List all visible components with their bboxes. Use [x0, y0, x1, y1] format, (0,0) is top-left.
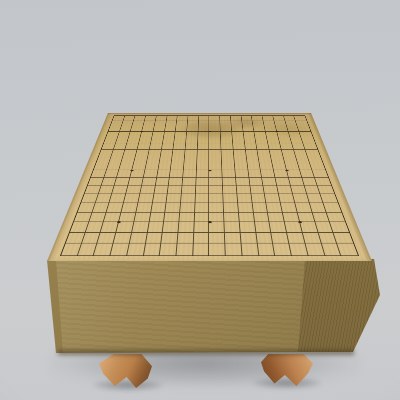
grid-cell: [159, 156, 172, 163]
grid-cell: [209, 194, 223, 203]
grid-cell: [177, 244, 194, 256]
star-point: [208, 169, 211, 171]
grid-cell: [337, 244, 357, 256]
grid-cell: [223, 186, 237, 194]
grid-cell: [196, 178, 210, 186]
grid-cell: [195, 203, 210, 212]
grid-cell: [166, 203, 181, 212]
grid-cell: [237, 186, 252, 194]
grid-cell: [178, 222, 194, 232]
grid-cell: [255, 222, 272, 232]
grid-cell: [235, 170, 249, 178]
grid-cell: [193, 244, 209, 256]
grid-cell: [195, 194, 209, 203]
grid-cell: [313, 170, 329, 178]
grid-cell: [167, 194, 182, 203]
grid-cell: [172, 156, 185, 163]
grid-cell: [149, 212, 165, 222]
grid-cell: [241, 233, 258, 244]
grid-cell: [247, 163, 261, 170]
star-point: [275, 131, 278, 132]
leg-shadow-left: [92, 379, 164, 391]
grid-cell: [183, 170, 197, 178]
grid-cell: [209, 222, 225, 232]
grid-cell: [334, 233, 354, 244]
grid-cell: [224, 203, 239, 212]
grid-cell: [234, 156, 247, 163]
grid-cell: [209, 163, 222, 170]
grid-cell: [144, 244, 162, 256]
grid-cell: [224, 212, 239, 222]
grid-cell: [246, 156, 259, 163]
grid-cell: [164, 212, 180, 222]
grid-cell: [169, 178, 183, 186]
grid-cell: [249, 178, 264, 186]
grid-cell: [237, 194, 252, 203]
grid-cell: [236, 178, 250, 186]
grid-cell: [180, 203, 195, 212]
star-point: [298, 221, 302, 223]
grid-cell: [171, 163, 184, 170]
grid-cell: [168, 186, 183, 194]
grid-cell: [222, 170, 236, 178]
grid-cell: [321, 194, 338, 203]
grid-cell: [155, 178, 170, 186]
grid-cell: [248, 170, 262, 178]
grid-cell: [209, 156, 222, 163]
grid-cell: [250, 186, 265, 194]
board-underside-shadow: [58, 350, 354, 355]
grid-cell: [327, 212, 345, 222]
grid-cell: [196, 186, 210, 194]
grid-cell: [197, 156, 210, 163]
grid-cell: [252, 203, 268, 212]
grid-cell: [194, 222, 210, 232]
grid-cell: [324, 203, 342, 212]
star-point: [208, 221, 212, 223]
grid-cell: [257, 244, 275, 256]
grid-cell: [308, 156, 323, 163]
grid-cell: [182, 178, 196, 186]
grid-cell: [154, 186, 169, 194]
grid-cell: [310, 163, 325, 170]
go-grid: [60, 115, 359, 256]
board-top-wrap: [47, 113, 372, 261]
grid-cell: [251, 194, 266, 203]
grid-cell: [170, 170, 184, 178]
grid-cell: [222, 163, 235, 170]
grid-cell: [330, 222, 349, 232]
grid-cell: [209, 212, 224, 222]
grid-cell: [225, 244, 242, 256]
scene-background: [0, 0, 400, 400]
grid-cell: [157, 170, 171, 178]
grid-cell: [209, 170, 222, 178]
grid-cell: [318, 186, 335, 194]
grid-cell: [162, 233, 179, 244]
grid-cell: [184, 163, 197, 170]
star-point: [208, 131, 211, 132]
grid-cell: [178, 233, 194, 244]
grid-cell: [239, 212, 255, 222]
grid-cell: [181, 194, 196, 203]
grid-cell: [256, 233, 273, 244]
leg-shadow-right: [252, 377, 322, 389]
star-point: [285, 169, 289, 171]
grid-cell: [209, 233, 225, 244]
grid-cell: [235, 163, 248, 170]
grid-cell: [196, 170, 209, 178]
grid-cell: [179, 212, 194, 222]
grid-cell: [315, 178, 331, 186]
grid-cell: [209, 186, 223, 194]
grid-cell: [223, 194, 238, 203]
grid-cell: [238, 203, 253, 212]
grid-cell: [160, 244, 177, 256]
grid-cell: [222, 156, 235, 163]
grid-cell: [209, 244, 225, 256]
grid-cell: [163, 222, 179, 232]
grid-cell: [225, 222, 241, 232]
grid-cell: [223, 178, 237, 186]
grid-cell: [225, 233, 241, 244]
grid-cell: [253, 212, 269, 222]
board-top-face: [47, 113, 372, 261]
grid-cell: [146, 233, 163, 244]
grid-cell: [209, 178, 223, 186]
grid-cell: [158, 163, 172, 170]
grid-cell: [152, 194, 167, 203]
grid-cell: [184, 156, 197, 163]
grid-cell: [151, 203, 167, 212]
grid-cell: [241, 244, 258, 256]
grid-cell: [182, 186, 196, 194]
grid-cell: [209, 203, 224, 212]
grid-cell: [240, 222, 256, 232]
grid-cell: [147, 222, 164, 232]
grid-cell: [193, 233, 209, 244]
